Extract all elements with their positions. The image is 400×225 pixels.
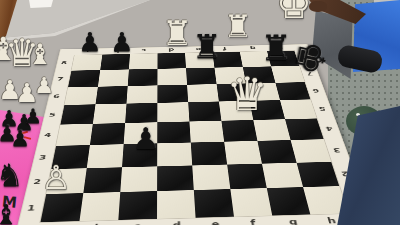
file-label-bottom-b: b: [94, 223, 103, 225]
rank-label-right-4: 4: [325, 125, 334, 131]
square-b5[interactable]: [93, 104, 127, 124]
captured-black-knight[interactable]: ♞: [0, 160, 24, 191]
piece-white-pawn-a2[interactable]: ♙: [41, 161, 71, 194]
photo-scene: M aabbccddeeffgghh8877665544332211 ♟♟♜♜♚…: [0, 0, 400, 225]
rank-label-left-7: 7: [57, 76, 64, 81]
square-c2[interactable]: [120, 166, 157, 192]
rank-label-left-4: 4: [43, 132, 51, 139]
file-label-bottom-e: e: [211, 220, 220, 225]
square-a8[interactable]: [71, 55, 102, 71]
file-label-top-g: g: [249, 46, 256, 51]
rank-label-right-6: 6: [312, 88, 320, 93]
square-h6[interactable]: [275, 82, 310, 100]
square-a1[interactable]: [40, 193, 83, 222]
square-b1[interactable]: [79, 192, 120, 221]
captured-black-pawn[interactable]: ♟: [10, 128, 30, 150]
captured-black-pawn[interactable]: ♟: [24, 106, 42, 126]
square-b3[interactable]: [87, 144, 124, 168]
piece-black-pawn-c3[interactable]: ♟: [133, 124, 160, 154]
square-h5[interactable]: [280, 99, 317, 119]
piece-white-rook-f7[interactable]: ♜: [224, 11, 252, 42]
square-b2[interactable]: [83, 167, 122, 193]
square-a4[interactable]: [56, 124, 93, 146]
square-e1[interactable]: [194, 189, 234, 218]
file-label-top-c: c: [141, 48, 146, 53]
rank-label-right-5: 5: [318, 106, 327, 112]
square-a5[interactable]: [60, 104, 95, 124]
square-a6[interactable]: [64, 87, 98, 106]
file-label-bottom-c: c: [133, 222, 140, 225]
square-f4[interactable]: [221, 120, 257, 142]
square-f3[interactable]: [224, 141, 262, 165]
file-label-bottom-d: d: [173, 221, 182, 225]
square-b4[interactable]: [90, 123, 125, 145]
square-e5[interactable]: [188, 102, 221, 122]
square-d6[interactable]: [157, 85, 188, 103]
square-h3[interactable]: [291, 139, 332, 162]
square-d4[interactable]: [157, 122, 190, 144]
file-label-bottom-a: a: [54, 224, 64, 225]
paper-sheet: [29, 0, 53, 8]
file-label-top-f: f: [222, 46, 226, 50]
square-e7[interactable]: [186, 68, 217, 85]
file-label-bottom-h: h: [326, 216, 337, 225]
captured-white-pawn[interactable]: ♟: [34, 75, 54, 97]
square-d5[interactable]: [157, 102, 189, 122]
square-e3[interactable]: [191, 142, 227, 166]
square-e2[interactable]: [192, 164, 230, 190]
square-d1[interactable]: [157, 190, 196, 219]
piece-black-pawn-a7[interactable]: ♟: [78, 29, 101, 55]
square-d3[interactable]: [157, 142, 192, 166]
square-c1[interactable]: [118, 191, 157, 220]
piece-white-king-g8[interactable]: ♚: [276, 0, 312, 24]
square-b7[interactable]: [98, 69, 129, 86]
square-e4[interactable]: [189, 121, 224, 143]
square-e6[interactable]: [187, 84, 219, 102]
piece-white-rook-d7[interactable]: ♜: [162, 16, 192, 50]
board-grid: [40, 51, 348, 222]
rank-label-left-8: 8: [60, 61, 67, 66]
piece-black-rook-e6[interactable]: ♜: [192, 30, 222, 63]
rank-label-left-1: 1: [26, 204, 36, 213]
square-d2[interactable]: [157, 165, 194, 191]
square-h2[interactable]: [297, 162, 340, 188]
rank-label-left-5: 5: [48, 112, 56, 118]
file-label-bottom-f: f: [250, 219, 257, 225]
rank-label-right-3: 3: [332, 146, 341, 153]
square-h4[interactable]: [285, 118, 324, 139]
square-d7[interactable]: [157, 68, 187, 85]
square-d8[interactable]: [157, 53, 186, 69]
square-c6[interactable]: [126, 85, 157, 103]
file-label-bottom-g: g: [288, 217, 298, 225]
piece-black-pawn-b7[interactable]: ♟: [110, 29, 133, 55]
captured-black-bishop[interactable]: ♝: [0, 201, 18, 225]
piece-white-queen-f4[interactable]: ♛: [226, 71, 267, 117]
square-c7[interactable]: [128, 69, 158, 86]
square-a7[interactable]: [68, 70, 100, 87]
captured-white-bishop[interactable]: ♝: [27, 41, 52, 69]
square-b6[interactable]: [95, 86, 127, 105]
square-f2[interactable]: [227, 163, 267, 189]
square-f1[interactable]: [230, 188, 272, 216]
